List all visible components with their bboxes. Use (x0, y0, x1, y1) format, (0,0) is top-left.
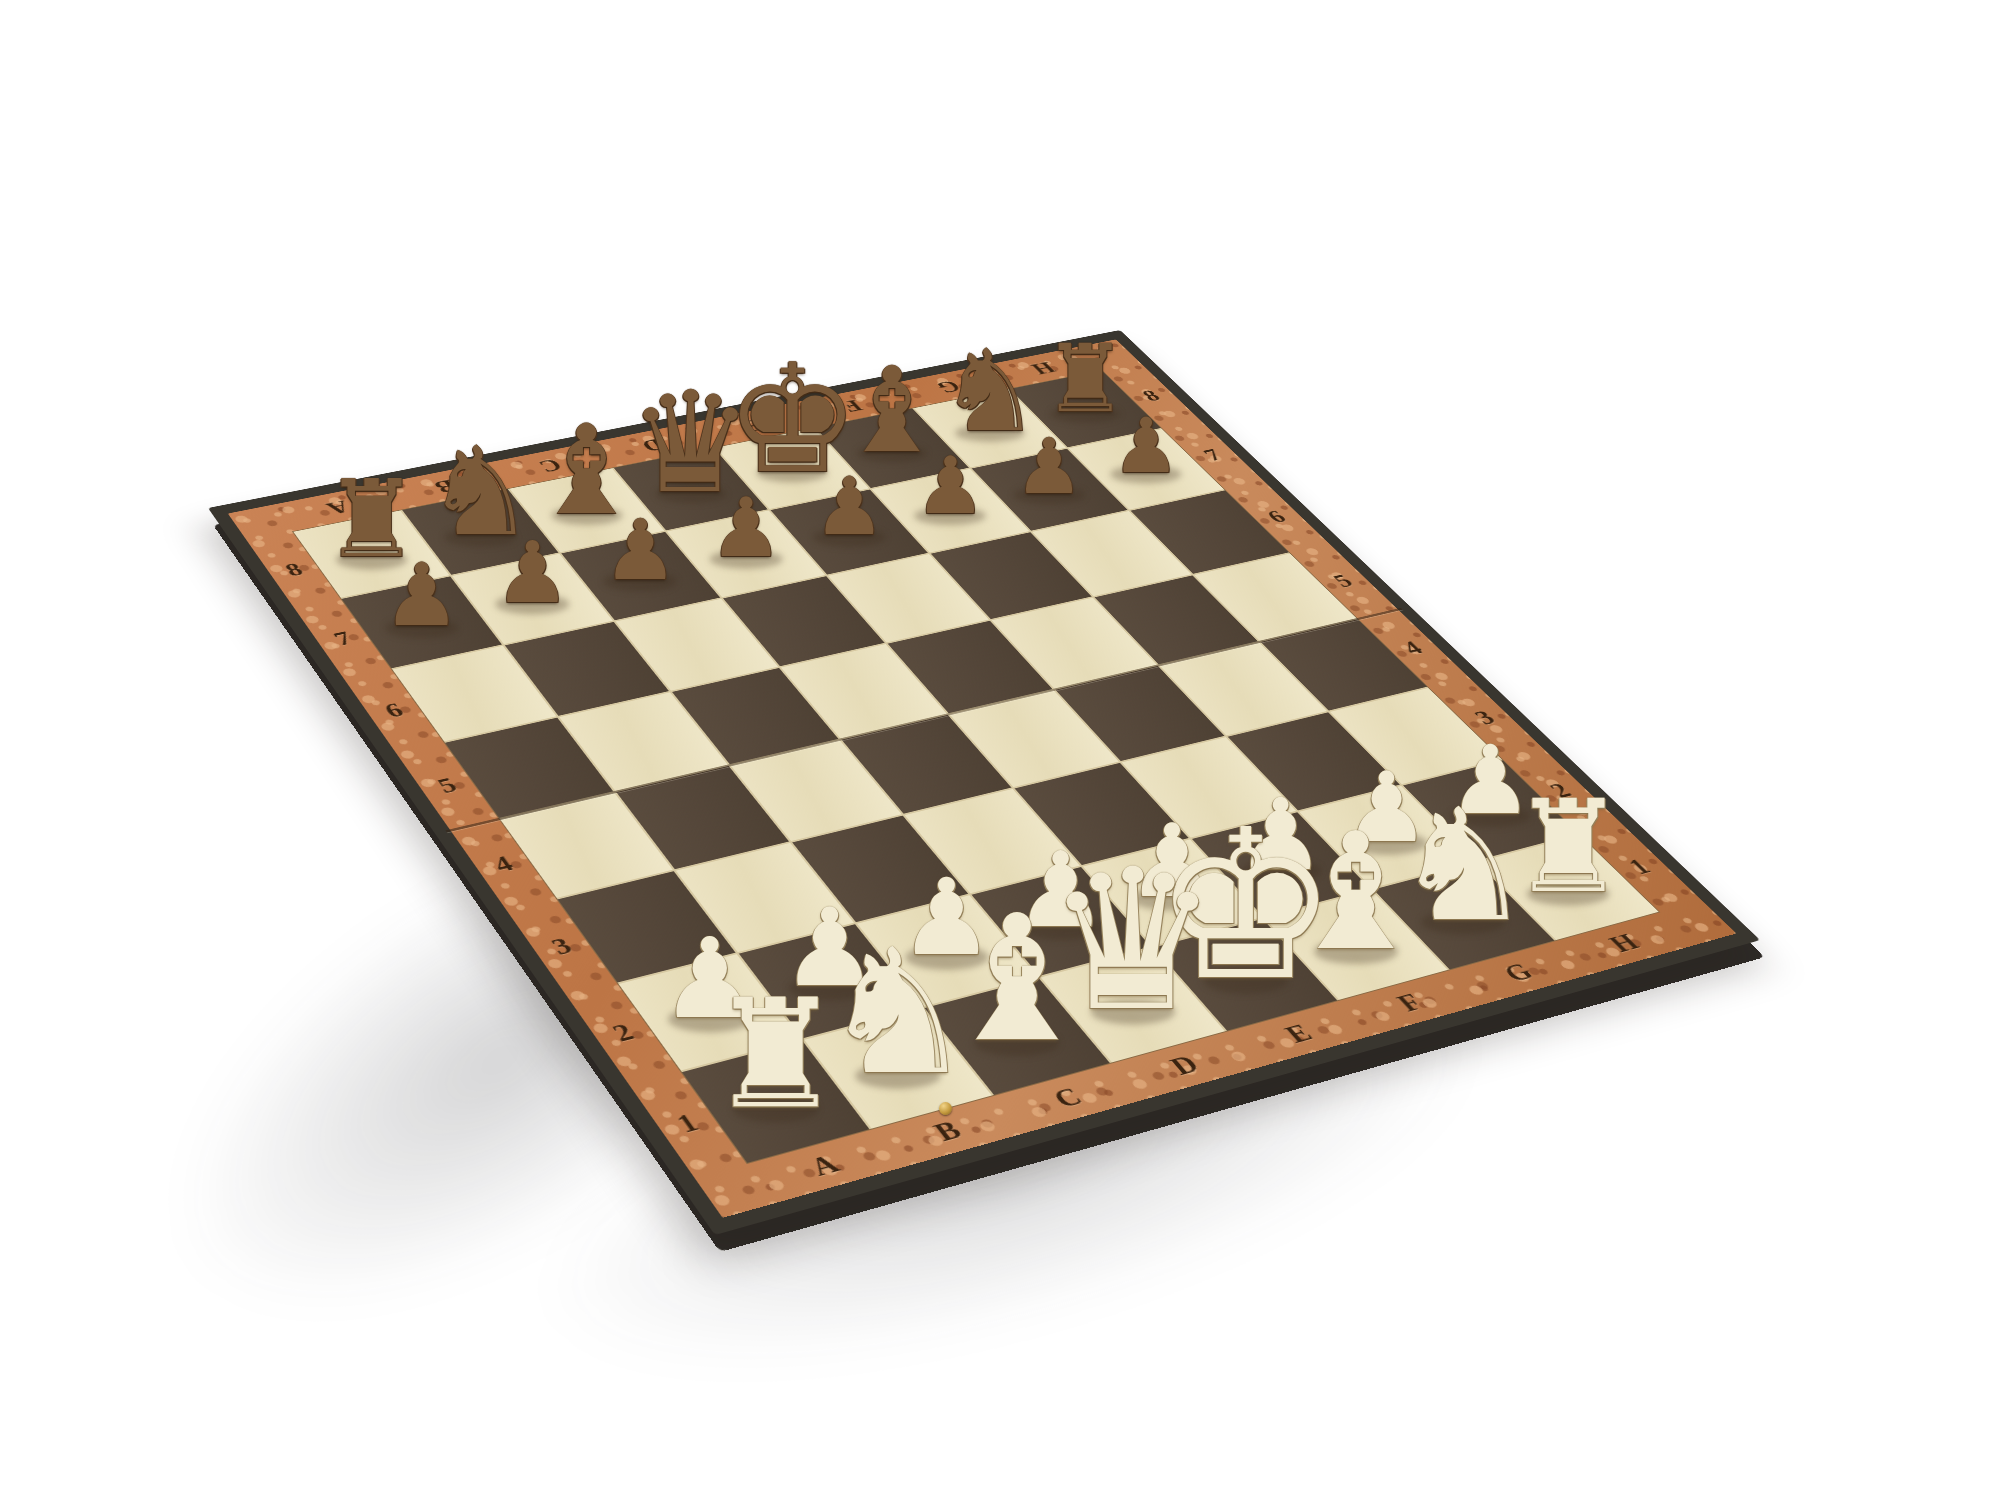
piece-black-pawn-e7[interactable]: ♟ (813, 467, 885, 547)
piece-black-pawn-a7[interactable]: ♟ (383, 552, 461, 639)
piece-black-pawn-f7[interactable]: ♟ (915, 447, 986, 526)
piece-black-pawn-h7[interactable]: ♟ (1112, 408, 1180, 484)
photo-stage: AA11BB22CC33DD44EE55FF66GG77HH88 ♜♞♝♛♚♝♞… (0, 0, 2000, 1502)
piece-white-knight-b1[interactable]: ♞ (820, 926, 975, 1099)
piece-black-pawn-g7[interactable]: ♟ (1015, 428, 1084, 505)
piece-white-rook-a1[interactable]: ♜ (709, 979, 843, 1129)
piece-black-pawn-b7[interactable]: ♟ (494, 530, 570, 615)
piece-black-pawn-d7[interactable]: ♟ (709, 488, 783, 570)
piece-black-pawn-c7[interactable]: ♟ (603, 508, 678, 592)
